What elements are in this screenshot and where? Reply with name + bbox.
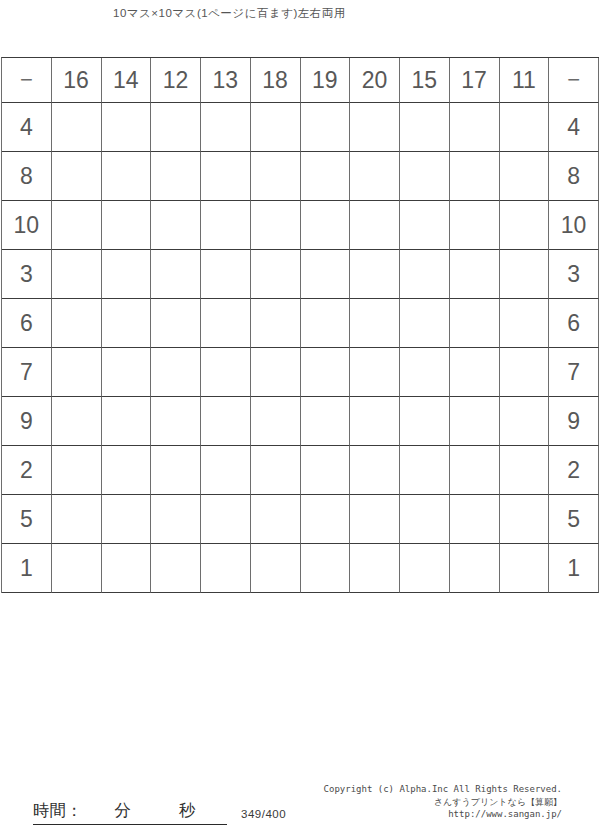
answer-cell-r10c8 — [400, 544, 450, 593]
answer-cell-r2c6 — [301, 152, 351, 201]
answer-cell-r6c6 — [301, 348, 351, 397]
row-header-right-2: 8 — [549, 152, 599, 201]
operation-corner-right: − — [549, 58, 599, 103]
answer-cell-r9c1 — [52, 495, 102, 544]
answer-cell-r2c2 — [102, 152, 152, 201]
col-header-cell-1: 16 — [52, 58, 102, 103]
copyright-block: Copyright (c) Alpha.Inc All Rights Reser… — [324, 783, 562, 821]
answer-cell-r4c7 — [350, 250, 400, 299]
answer-cell-r6c2 — [102, 348, 152, 397]
answer-cell-r2c9 — [450, 152, 500, 201]
row-header-right-1: 4 — [549, 103, 599, 152]
row-header-right-3: 10 — [549, 201, 599, 250]
row-header-left-3: 10 — [2, 201, 52, 250]
answer-cell-r10c10 — [500, 544, 550, 593]
answer-cell-r3c10 — [500, 201, 550, 250]
answer-cell-r9c7 — [350, 495, 400, 544]
answer-cell-r4c2 — [102, 250, 152, 299]
answer-cell-r4c3 — [151, 250, 201, 299]
row-header-right-7: 9 — [549, 397, 599, 446]
answer-cell-r4c6 — [301, 250, 351, 299]
row-header-left-10: 1 — [2, 544, 52, 593]
answer-cell-r10c9 — [450, 544, 500, 593]
answer-cell-r3c1 — [52, 201, 102, 250]
answer-cell-r6c4 — [201, 348, 251, 397]
answer-cell-r3c9 — [450, 201, 500, 250]
answer-cell-r10c2 — [102, 544, 152, 593]
answer-cell-r5c7 — [350, 299, 400, 348]
answer-cell-r7c9 — [450, 397, 500, 446]
answer-cell-r7c4 — [201, 397, 251, 446]
answer-cell-r8c2 — [102, 446, 152, 495]
answer-cell-r1c5 — [251, 103, 301, 152]
answer-cell-r8c6 — [301, 446, 351, 495]
row-header-right-8: 2 — [549, 446, 599, 495]
answer-cell-r2c3 — [151, 152, 201, 201]
answer-cell-r1c6 — [301, 103, 351, 152]
answer-cell-r1c4 — [201, 103, 251, 152]
answer-cell-r1c8 — [400, 103, 450, 152]
answer-cell-r8c8 — [400, 446, 450, 495]
answer-cell-r5c8 — [400, 299, 450, 348]
row-header-left-4: 3 — [2, 250, 52, 299]
site-name-line: さんすうプリントなら【算願】 — [324, 796, 562, 809]
answer-cell-r3c2 — [102, 201, 152, 250]
answer-cell-r4c4 — [201, 250, 251, 299]
answer-cell-r6c9 — [450, 348, 500, 397]
worksheet-page: 10マス×10マス(1ページに百ます)左右両用 −161412131819201… — [0, 0, 600, 825]
answer-cell-r7c5 — [251, 397, 301, 446]
answer-cell-r9c6 — [301, 495, 351, 544]
answer-cell-r9c3 — [151, 495, 201, 544]
answer-cell-r8c4 — [201, 446, 251, 495]
answer-cell-r8c9 — [450, 446, 500, 495]
answer-cell-r5c6 — [301, 299, 351, 348]
answer-cell-r9c8 — [400, 495, 450, 544]
answer-cell-r5c10 — [500, 299, 550, 348]
col-header-cell-7: 20 — [350, 58, 400, 103]
row-header-right-10: 1 — [549, 544, 599, 593]
answer-cell-r10c4 — [201, 544, 251, 593]
worksheet-title: 10マス×10マス(1ページに百ます)左右両用 — [113, 6, 346, 21]
answer-cell-r8c7 — [350, 446, 400, 495]
row-header-right-6: 7 — [549, 348, 599, 397]
row-header-left-2: 8 — [2, 152, 52, 201]
row-header-right-5: 6 — [549, 299, 599, 348]
answer-cell-r10c1 — [52, 544, 102, 593]
answer-cell-r2c4 — [201, 152, 251, 201]
answer-cell-r6c7 — [350, 348, 400, 397]
row-header-left-7: 9 — [2, 397, 52, 446]
hundred-square-grid: −16141213181920151711−448810103366779922… — [1, 57, 599, 593]
answer-cell-r8c10 — [500, 446, 550, 495]
answer-cell-r1c10 — [500, 103, 550, 152]
answer-cell-r1c9 — [450, 103, 500, 152]
answer-cell-r10c5 — [251, 544, 301, 593]
answer-cell-r8c3 — [151, 446, 201, 495]
answer-cell-r3c4 — [201, 201, 251, 250]
answer-cell-r7c7 — [350, 397, 400, 446]
answer-cell-r8c5 — [251, 446, 301, 495]
row-header-left-5: 6 — [2, 299, 52, 348]
col-header-cell-5: 18 — [251, 58, 301, 103]
col-header-cell-8: 15 — [400, 58, 450, 103]
operation-corner-left: − — [2, 58, 52, 103]
answer-cell-r2c8 — [400, 152, 450, 201]
answer-cell-r4c1 — [52, 250, 102, 299]
answer-cell-r1c2 — [102, 103, 152, 152]
answer-cell-r7c3 — [151, 397, 201, 446]
answer-cell-r10c3 — [151, 544, 201, 593]
time-label: 時間： — [33, 800, 83, 822]
answer-cell-r7c2 — [102, 397, 152, 446]
answer-cell-r2c5 — [251, 152, 301, 201]
answer-cell-r6c1 — [52, 348, 102, 397]
answer-cell-r1c7 — [350, 103, 400, 152]
answer-cell-r3c8 — [400, 201, 450, 250]
row-header-right-4: 3 — [549, 250, 599, 299]
answer-cell-r4c8 — [400, 250, 450, 299]
answer-cell-r6c8 — [400, 348, 450, 397]
time-entry-line: 時間： 分 秒 — [33, 800, 227, 825]
col-header-cell-3: 12 — [151, 58, 201, 103]
row-header-left-6: 7 — [2, 348, 52, 397]
answer-cell-r4c10 — [500, 250, 550, 299]
answer-cell-r1c1 — [52, 103, 102, 152]
answer-cell-r5c9 — [450, 299, 500, 348]
col-header-cell-4: 13 — [201, 58, 251, 103]
answer-cell-r9c2 — [102, 495, 152, 544]
answer-cell-r5c4 — [201, 299, 251, 348]
answer-cell-r6c5 — [251, 348, 301, 397]
answer-cell-r4c9 — [450, 250, 500, 299]
answer-cell-r7c8 — [400, 397, 450, 446]
site-url: http://www.sangan.jp/ — [324, 808, 562, 821]
answer-cell-r5c5 — [251, 299, 301, 348]
answer-cell-r6c3 — [151, 348, 201, 397]
row-header-left-8: 2 — [2, 446, 52, 495]
row-header-left-1: 4 — [2, 103, 52, 152]
row-header-right-9: 5 — [549, 495, 599, 544]
answer-cell-r7c6 — [301, 397, 351, 446]
answer-cell-r9c10 — [500, 495, 550, 544]
answer-cell-r7c1 — [52, 397, 102, 446]
answer-cell-r3c5 — [251, 201, 301, 250]
answer-cell-r9c9 — [450, 495, 500, 544]
row-header-left-9: 5 — [2, 495, 52, 544]
answer-cell-r3c7 — [350, 201, 400, 250]
answer-cell-r10c7 — [350, 544, 400, 593]
answer-cell-r5c2 — [102, 299, 152, 348]
answer-cell-r5c3 — [151, 299, 201, 348]
minutes-label: 分 — [115, 800, 132, 822]
answer-cell-r6c10 — [500, 348, 550, 397]
answer-cell-r4c5 — [251, 250, 301, 299]
seconds-label: 秒 — [179, 800, 196, 822]
answer-cell-r2c7 — [350, 152, 400, 201]
copyright-line: Copyright (c) Alpha.Inc All Rights Reser… — [324, 783, 562, 796]
answer-cell-r9c4 — [201, 495, 251, 544]
answer-cell-r8c1 — [52, 446, 102, 495]
answer-cell-r2c1 — [52, 152, 102, 201]
col-header-cell-10: 11 — [500, 58, 550, 103]
answer-cell-r1c3 — [151, 103, 201, 152]
answer-cell-r7c10 — [500, 397, 550, 446]
answer-cell-r9c5 — [251, 495, 301, 544]
answer-cell-r2c10 — [500, 152, 550, 201]
page-count: 349/400 — [241, 808, 286, 820]
col-header-cell-9: 17 — [450, 58, 500, 103]
answer-cell-r10c6 — [301, 544, 351, 593]
col-header-cell-6: 19 — [301, 58, 351, 103]
answer-cell-r3c3 — [151, 201, 201, 250]
answer-cell-r3c6 — [301, 201, 351, 250]
col-header-cell-2: 14 — [102, 58, 152, 103]
answer-cell-r5c1 — [52, 299, 102, 348]
